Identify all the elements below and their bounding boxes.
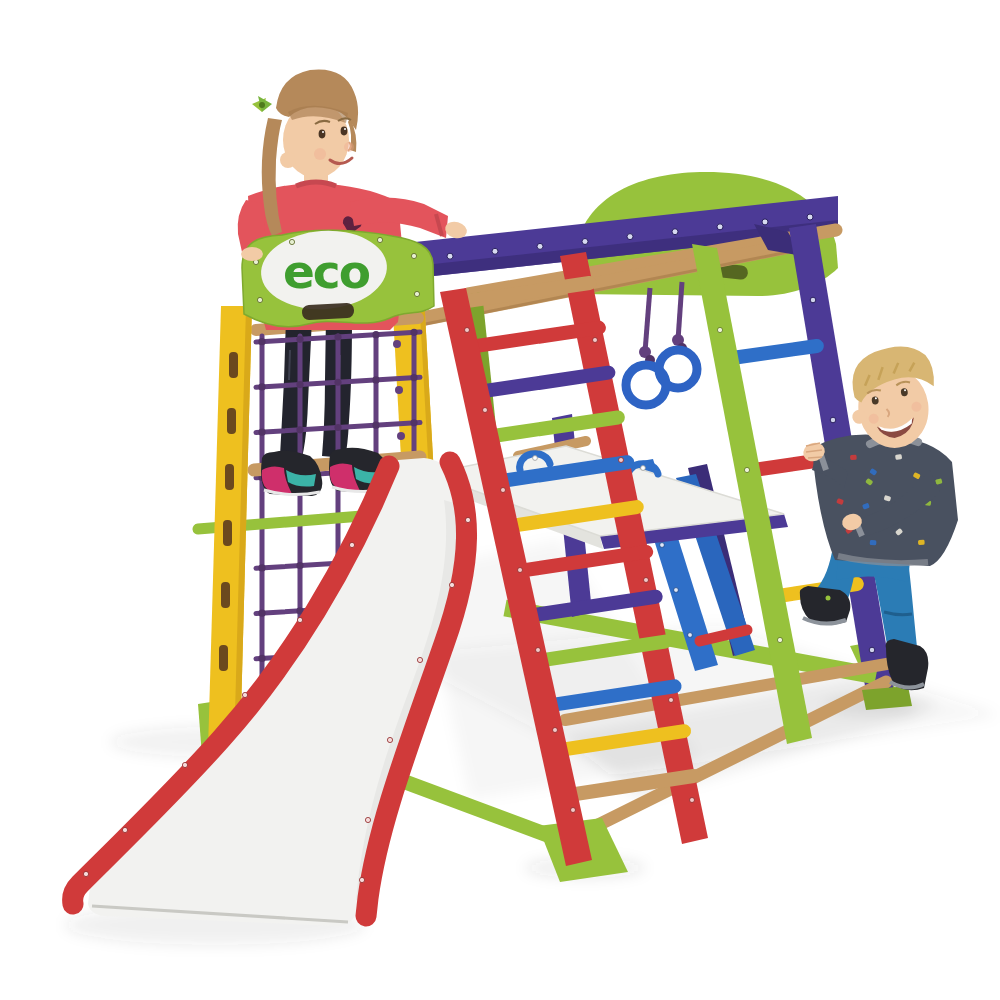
- eco-logo-text: eco: [283, 244, 370, 299]
- girl-bow-clip: [252, 96, 272, 112]
- right-foot-pad: [862, 686, 912, 710]
- eco-handle-slot: [302, 303, 355, 321]
- girl-right-hand: [241, 247, 263, 261]
- boy-sweater: [812, 435, 958, 567]
- gym-rings: [626, 282, 697, 405]
- ring-right: [659, 350, 697, 388]
- eco-board: eco: [242, 227, 434, 327]
- playset-photo: eco: [0, 0, 1000, 1000]
- playset-scene: eco: [0, 0, 1000, 1000]
